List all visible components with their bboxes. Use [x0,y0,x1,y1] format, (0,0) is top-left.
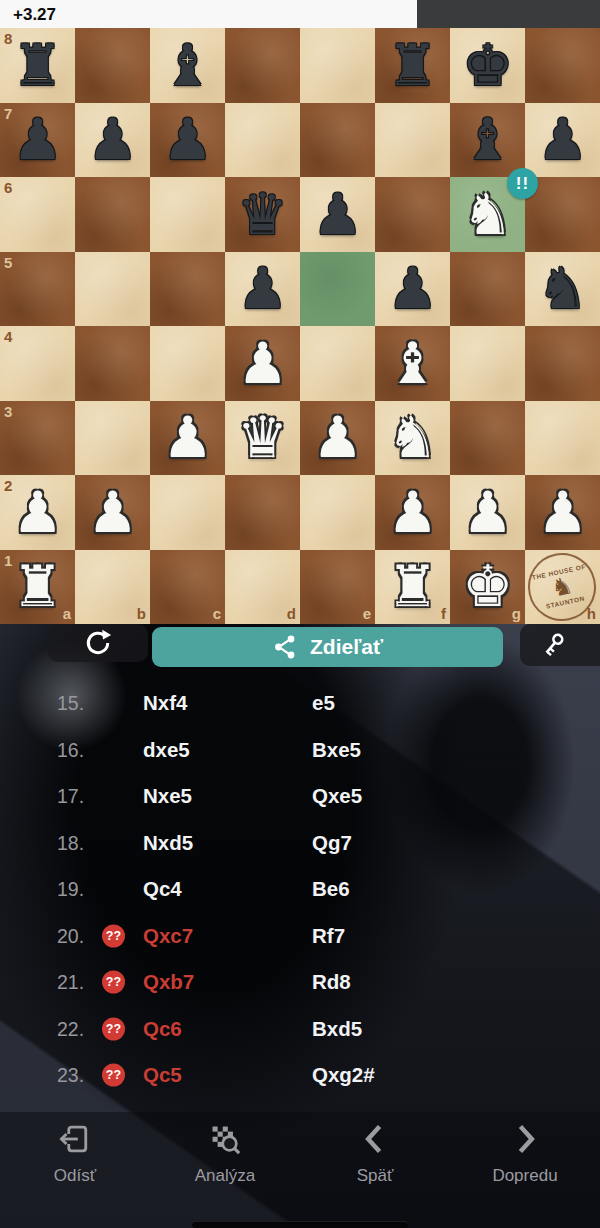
rank-label-2: 2 [4,478,12,493]
square-d4[interactable]: ♟ [225,326,300,401]
black-move[interactable]: Qxg2# [312,1063,375,1087]
rank-label-4: 4 [4,329,12,344]
move-number: 17. [57,785,84,808]
blunder-badge: ?? [102,924,125,947]
square-g6[interactable]: ♞!! [450,177,525,252]
square-h2[interactable]: ♟ [525,475,600,550]
white-pawn: ♟ [150,401,225,476]
file-label-f: f [441,606,446,621]
black-move[interactable]: Be6 [312,877,350,901]
white-pawn: ♟ [225,326,300,401]
square-f5[interactable]: ♟ [375,252,450,327]
nav-item-exit[interactable]: Odísť [0,1112,150,1228]
move-number: 15. [57,692,84,715]
back-icon [358,1122,392,1156]
white-pawn: ♟ [525,475,600,550]
black-move[interactable]: Bxd5 [312,1017,362,1041]
share-icon [272,634,298,660]
rank-label-1: 1 [4,553,12,568]
black-pawn: ♟ [225,252,300,327]
square-h4[interactable] [525,326,600,401]
black-pawn: ♟ [525,103,600,178]
file-label-d: d [287,606,296,621]
move-number: 18. [57,831,84,854]
move-number: 19. [57,878,84,901]
black-queen: ♛ [225,177,300,252]
bottom-navbar: Odísť Analýza Späť [0,1112,600,1228]
white-knight: ♞ [375,401,450,476]
black-move[interactable]: e5 [312,691,335,715]
square-e4[interactable] [300,326,375,401]
square-d5[interactable]: ♟ [225,252,300,327]
square-f1[interactable]: ♜f [375,550,450,625]
square-h3[interactable] [525,401,600,476]
square-g3[interactable] [450,401,525,476]
analysis-icon [208,1122,242,1156]
move-row[interactable]: 19.Qc4Be6 [0,866,600,913]
square-e2[interactable] [300,475,375,550]
black-bishop: ♝ [150,28,225,103]
square-e3[interactable]: ♟ [300,401,375,476]
square-f2[interactable]: ♟ [375,475,450,550]
move-row[interactable]: 17.Nxe5Qxe5 [0,773,600,820]
move-row[interactable]: 20.??Qxc7Rf7 [0,913,600,960]
rank-label-3: 3 [4,404,12,419]
black-move[interactable]: Rf7 [312,924,345,948]
reload-icon [84,629,112,657]
black-king: ♚ [450,28,525,103]
file-label-e: e [363,606,371,621]
square-c2[interactable] [150,475,225,550]
nav-item-analysis[interactable]: Analýza [150,1112,300,1228]
home-indicator[interactable] [192,1221,408,1228]
move-number: 22. [57,1017,84,1040]
square-e6[interactable]: ♟ [300,177,375,252]
square-a2[interactable]: ♟2 [0,475,75,550]
white-move[interactable]: dxe5 [143,738,190,762]
rank-label-7: 7 [4,106,12,121]
square-b6[interactable] [75,177,150,252]
move-row[interactable]: 23.??Qc5Qxg2# [0,1052,600,1099]
evaluation-bar: +3.27 [0,0,600,28]
rank-label-8: 8 [4,31,12,46]
square-c4[interactable] [150,326,225,401]
square-e7[interactable] [300,103,375,178]
blunder-badge: ?? [102,1064,125,1087]
square-c5[interactable] [150,252,225,327]
white-move[interactable]: Qc4 [143,877,182,901]
black-pawn: ♟ [75,103,150,178]
nav-label-exit: Odísť [54,1166,96,1186]
share-button[interactable]: Zdieľať [152,627,503,667]
rank-label-6: 6 [4,180,12,195]
square-f3[interactable]: ♞ [375,401,450,476]
black-knight: ♞ [525,252,600,327]
square-c6[interactable] [150,177,225,252]
square-d3[interactable]: ♛ [225,401,300,476]
evaluation-score: +3.27 [13,0,56,28]
top-right-dark-panel [417,0,600,28]
move-row[interactable]: 16.dxe5Bxe5 [0,727,600,774]
white-move[interactable]: Qxc7 [143,924,193,948]
square-a8[interactable]: ♜8 [0,28,75,103]
white-rook: ♜ [375,550,450,625]
move-row[interactable]: 15.Nxf4e5 [0,680,600,727]
rank-label-5: 5 [4,255,12,270]
square-a6[interactable]: 6 [0,177,75,252]
square-a4[interactable]: 4 [0,326,75,401]
move-row[interactable]: 21.??Qxb7Rd8 [0,959,600,1006]
square-c8[interactable]: ♝ [150,28,225,103]
nav-label-back: Späť [357,1166,394,1186]
square-b4[interactable] [75,326,150,401]
square-h7[interactable]: ♟ [525,103,600,178]
white-pawn: ♟ [300,401,375,476]
square-f6[interactable] [375,177,450,252]
white-move[interactable]: Qc5 [143,1063,182,1087]
move-number: 16. [57,738,84,761]
nav-label-analysis: Analýza [195,1166,255,1186]
square-g7[interactable]: ♝ [450,103,525,178]
square-b5[interactable] [75,252,150,327]
square-b7[interactable]: ♟ [75,103,150,178]
black-rook: ♜ [375,28,450,103]
black-bishop: ♝ [450,103,525,178]
square-c7[interactable]: ♟ [150,103,225,178]
square-a1[interactable]: ♜1a [0,550,75,625]
black-move[interactable]: Bxe5 [312,738,361,762]
chess-board: ♜8♝♜♚♟7♟♟♝♟6♛♟♞!!5♟♟♞4♟♝3♟♛♟♞♟2♟♟♟♟♜1abc… [0,28,600,624]
square-d6[interactable]: ♛ [225,177,300,252]
reload-button[interactable] [48,624,148,662]
square-g5[interactable] [450,252,525,327]
square-d1[interactable]: d [225,550,300,625]
black-move[interactable]: Qg7 [312,831,352,855]
square-a7[interactable]: ♟7 [0,103,75,178]
white-move[interactable]: Nxe5 [143,784,192,808]
key-button[interactable] [520,624,600,666]
square-b2[interactable]: ♟ [75,475,150,550]
nav-item-forward[interactable]: Dopredu [450,1112,600,1228]
chess-app-screen: +3.27 ♜8♝♜♚♟7♟♟♝♟6♛♟♞!!5♟♟♞4♟♝3♟♛♟♞♟2♟♟♟… [0,0,600,1228]
key-icon [538,630,568,660]
square-d2[interactable] [225,475,300,550]
nav-label-forward: Dopredu [492,1166,557,1186]
black-pawn: ♟ [300,177,375,252]
square-b8[interactable] [75,28,150,103]
square-c1[interactable]: c [150,550,225,625]
move-list: 15.Nxf4e516.dxe5Bxe517.Nxe5Qxe518.Nxd5Qg… [0,680,600,1099]
forward-icon [508,1122,542,1156]
file-label-b: b [137,606,146,621]
file-label-a: a [63,606,71,621]
square-e5[interactable] [300,252,375,327]
square-g4[interactable] [450,326,525,401]
file-label-g: g [512,606,521,621]
white-pawn: ♟ [375,475,450,550]
move-row[interactable]: 22.??Qc6Bxd5 [0,1006,600,1053]
black-pawn: ♟ [150,103,225,178]
nav-item-back[interactable]: Späť [300,1112,450,1228]
square-h5[interactable]: ♞ [525,252,600,327]
square-h1[interactable]: hTHE HOUSE OF♞STAUNTON [525,550,600,625]
white-queen: ♛ [225,401,300,476]
black-move[interactable]: Qxe5 [312,784,362,808]
white-move[interactable]: Qc6 [143,1017,182,1041]
square-b3[interactable] [75,401,150,476]
square-e8[interactable] [300,28,375,103]
square-f8[interactable]: ♜ [375,28,450,103]
white-pawn: ♟ [450,475,525,550]
square-b1[interactable]: b [75,550,150,625]
square-c3[interactable]: ♟ [150,401,225,476]
blunder-badge: ?? [102,1017,125,1040]
share-label: Zdieľať [310,635,383,659]
square-a5[interactable]: 5 [0,252,75,327]
white-bishop: ♝ [375,326,450,401]
move-row[interactable]: 18.Nxd5Qg7 [0,820,600,867]
file-label-c: c [213,606,221,621]
move-number: 21. [57,971,84,994]
white-move[interactable]: Qxb7 [143,970,194,994]
square-d8[interactable] [225,28,300,103]
blunder-badge: ?? [102,971,125,994]
square-g1[interactable]: ♚g [450,550,525,625]
square-g8[interactable]: ♚ [450,28,525,103]
square-g2[interactable]: ♟ [450,475,525,550]
square-e1[interactable]: e [300,550,375,625]
square-h8[interactable] [525,28,600,103]
square-a3[interactable]: 3 [0,401,75,476]
move-number: 23. [57,1064,84,1087]
white-pawn: ♟ [75,475,150,550]
square-d7[interactable] [225,103,300,178]
square-f4[interactable]: ♝ [375,326,450,401]
move-number: 20. [57,924,84,947]
brilliant-move-badge: !! [507,168,538,199]
exit-icon [58,1122,92,1156]
black-move[interactable]: Rd8 [312,970,351,994]
black-pawn: ♟ [375,252,450,327]
square-f7[interactable] [375,103,450,178]
white-move[interactable]: Nxd5 [143,831,193,855]
white-move[interactable]: Nxf4 [143,691,187,715]
